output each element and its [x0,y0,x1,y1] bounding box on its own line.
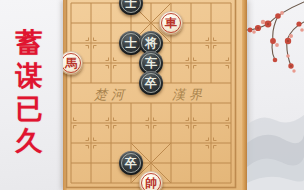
piece-glyph: 将 [145,37,157,49]
piece-ring: 士 [121,33,141,53]
piece-ring: 士 [121,0,141,13]
piece-black-soldier[interactable]: 卒 [139,71,163,95]
piece-ring: 車 [161,13,181,33]
caption-char: 久 [16,125,43,158]
piece-ring: 帥 [141,173,161,190]
piece-glyph: 卒 [125,157,137,169]
board-grid [63,0,247,190]
piece-glyph: 车 [145,57,157,69]
piece-glyph: 士 [125,37,137,49]
piece-black-soldier[interactable]: 卒 [119,151,143,175]
piece-red-chariot[interactable]: 車 [159,11,183,35]
piece-ring: 将 [141,33,161,53]
caption-char: 谋 [16,60,43,93]
piece-ring: 卒 [121,153,141,173]
piece-glyph: 馬 [65,57,77,69]
piece-red-general[interactable]: 帥 [139,171,163,190]
xiangqi-board[interactable]: 楚河 漢界 士車士将馬车卒卒帥 [63,0,247,190]
river-label-chu: 楚河 [94,86,128,104]
plum-blossom-icon [244,0,304,88]
caption-char: 蓄 [16,27,43,60]
piece-ring: 馬 [63,53,81,73]
piece-ring: 车 [141,53,161,73]
river-label-han: 漢界 [172,86,206,104]
piece-glyph: 帥 [145,177,157,189]
piece-ring: 卒 [141,73,161,93]
mountains-art [247,95,304,190]
piece-glyph: 車 [165,17,177,29]
screenshot-root: 蓄 谋 已 久 楚河 漢界 士車士将馬车卒卒帥 [0,0,304,190]
caption-char: 已 [16,93,43,126]
caption-vertical-text: 蓄 谋 已 久 [13,27,45,158]
piece-glyph: 士 [125,0,137,9]
piece-glyph: 卒 [145,77,157,89]
